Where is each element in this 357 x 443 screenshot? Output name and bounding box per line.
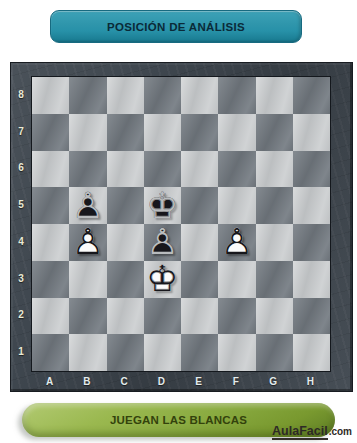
black-pawn-b5: ♟♙ — [69, 187, 106, 224]
square-d4: ♟♙ — [144, 224, 181, 261]
square-a8 — [32, 77, 69, 114]
square-b2 — [69, 298, 106, 335]
rank-label-5: 5 — [11, 186, 31, 223]
square-g3 — [256, 261, 293, 298]
square-b8 — [69, 77, 106, 114]
square-h1 — [293, 334, 330, 371]
square-f2 — [218, 298, 255, 335]
white-pawn-f4: ♟♙ — [218, 224, 255, 261]
square-d3: ♚♔ — [144, 261, 181, 298]
square-e6 — [181, 151, 218, 188]
square-a3 — [32, 261, 69, 298]
square-a2 — [32, 298, 69, 335]
square-c7 — [107, 114, 144, 151]
square-f6 — [218, 151, 255, 188]
square-c6 — [107, 151, 144, 188]
square-f7 — [218, 114, 255, 151]
square-b4: ♟♙ — [69, 224, 106, 261]
square-e7 — [181, 114, 218, 151]
square-b1 — [69, 334, 106, 371]
square-c1 — [107, 334, 144, 371]
square-f1 — [218, 334, 255, 371]
square-g7 — [256, 114, 293, 151]
rank-label-6: 6 — [11, 150, 31, 187]
square-h6 — [293, 151, 330, 188]
file-label-b: B — [68, 371, 105, 391]
square-h4 — [293, 224, 330, 261]
square-a7 — [32, 114, 69, 151]
page-title: POSICIÓN DE ANÁLISIS — [107, 21, 245, 33]
file-labels: ABCDEFGH — [31, 371, 329, 391]
square-a4 — [32, 224, 69, 261]
square-c5 — [107, 187, 144, 224]
square-h5 — [293, 187, 330, 224]
rank-label-3: 3 — [11, 260, 31, 297]
square-b5: ♟♙ — [69, 187, 106, 224]
file-label-c: C — [106, 371, 143, 391]
rank-label-2: 2 — [11, 297, 31, 334]
brand: AulaFacil .com — [272, 424, 352, 440]
rank-label-8: 8 — [11, 76, 31, 113]
square-d5: ♚♔ — [144, 187, 181, 224]
square-f3 — [218, 261, 255, 298]
square-e8 — [181, 77, 218, 114]
rank-label-4: 4 — [11, 223, 31, 260]
square-c8 — [107, 77, 144, 114]
file-label-d: D — [143, 371, 180, 391]
square-g1 — [256, 334, 293, 371]
file-label-a: A — [31, 371, 68, 391]
rank-labels: 87654321 — [11, 76, 31, 370]
square-d7 — [144, 114, 181, 151]
square-c2 — [107, 298, 144, 335]
brand-tld: .com — [329, 426, 352, 437]
brand-name: AulaFacil — [272, 424, 328, 440]
square-d6 — [144, 151, 181, 188]
square-a1 — [32, 334, 69, 371]
square-g8 — [256, 77, 293, 114]
square-e2 — [181, 298, 218, 335]
file-label-e: E — [180, 371, 217, 391]
rank-label-1: 1 — [11, 333, 31, 370]
file-label-h: H — [292, 371, 329, 391]
square-h8 — [293, 77, 330, 114]
square-f5 — [218, 187, 255, 224]
black-king-d5: ♚♔ — [144, 187, 181, 224]
rank-label-7: 7 — [11, 113, 31, 150]
white-king-d3: ♚♔ — [144, 261, 181, 298]
square-e4 — [181, 224, 218, 261]
square-b3 — [69, 261, 106, 298]
board-squares: ♟♙♚♔♟♙♟♙♟♙♚♔ — [31, 76, 331, 372]
square-h2 — [293, 298, 330, 335]
square-a6 — [32, 151, 69, 188]
square-h7 — [293, 114, 330, 151]
square-h3 — [293, 261, 330, 298]
chess-board-frame: 87654321 ♟♙♚♔♟♙♟♙♟♙♚♔ ABCDEFGH — [10, 62, 353, 392]
square-g4 — [256, 224, 293, 261]
square-g6 — [256, 151, 293, 188]
file-label-g: G — [255, 371, 292, 391]
square-e5 — [181, 187, 218, 224]
analysis-banner: POSICIÓN DE ANÁLISIS — [50, 10, 302, 43]
square-e3 — [181, 261, 218, 298]
to-move-caption: JUEGAN LAS BLANCAS — [110, 414, 247, 426]
square-d2 — [144, 298, 181, 335]
square-b6 — [69, 151, 106, 188]
square-g2 — [256, 298, 293, 335]
lesson-diagram: POSICIÓN DE ANÁLISIS 87654321 ♟♙♚♔♟♙♟♙♟♙… — [0, 0, 357, 443]
square-f4: ♟♙ — [218, 224, 255, 261]
square-a5 — [32, 187, 69, 224]
square-d8 — [144, 77, 181, 114]
white-pawn-b4: ♟♙ — [69, 224, 106, 261]
square-d1 — [144, 334, 181, 371]
black-pawn-d4: ♟♙ — [144, 224, 181, 261]
file-label-f: F — [217, 371, 254, 391]
square-e1 — [181, 334, 218, 371]
square-c3 — [107, 261, 144, 298]
square-c4 — [107, 224, 144, 261]
square-f8 — [218, 77, 255, 114]
square-g5 — [256, 187, 293, 224]
square-b7 — [69, 114, 106, 151]
